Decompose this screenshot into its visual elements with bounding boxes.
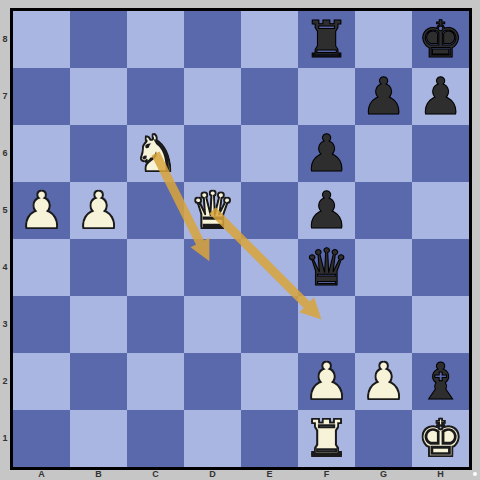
square-c5[interactable] [127,182,184,239]
file-label-f: F [298,468,355,480]
square-g3[interactable] [355,296,412,353]
square-e2[interactable] [241,353,298,410]
piece-black-king-h8[interactable]: ♚ [412,11,469,68]
piece-black-pawn-f6[interactable]: ♟ [298,125,355,182]
piece-white-rook-f1[interactable]: ♜ [298,410,355,467]
square-d1[interactable] [184,410,241,467]
file-label-e: E [241,468,298,480]
piece-white-pawn-g2[interactable]: ♟ [355,353,412,410]
square-d7[interactable] [184,68,241,125]
square-b1[interactable] [70,410,127,467]
square-b7[interactable] [70,68,127,125]
square-g4[interactable] [355,239,412,296]
resize-grip-dot [473,472,477,476]
square-c7[interactable] [127,68,184,125]
piece-black-pawn-g7[interactable]: ♟ [355,68,412,125]
piece-white-knight-c6[interactable]: ♞ [127,125,184,182]
square-g8[interactable] [355,11,412,68]
square-h4[interactable] [412,239,469,296]
piece-white-pawn-a5[interactable]: ♟ [13,182,70,239]
piece-black-bishop-h2[interactable]: ♝ [412,353,469,410]
square-c2[interactable] [127,353,184,410]
square-a6[interactable] [13,125,70,182]
square-h5[interactable] [412,182,469,239]
square-b4[interactable] [70,239,127,296]
square-e6[interactable] [241,125,298,182]
piece-black-pawn-h7[interactable]: ♟ [412,68,469,125]
square-b2[interactable] [70,353,127,410]
square-d4[interactable] [184,239,241,296]
rank-label-6: 6 [0,125,10,182]
file-label-b: B [70,468,127,480]
square-d2[interactable] [184,353,241,410]
file-label-a: A [13,468,70,480]
square-d6[interactable] [184,125,241,182]
piece-white-queen-d5[interactable]: ♛ [184,182,241,239]
square-f3[interactable] [298,296,355,353]
square-g5[interactable] [355,182,412,239]
file-label-h: H [412,468,469,480]
piece-white-king-h1[interactable]: ♚ [412,410,469,467]
square-b6[interactable] [70,125,127,182]
piece-black-queen-f4[interactable]: ♛ [298,239,355,296]
square-e1[interactable] [241,410,298,467]
square-g1[interactable] [355,410,412,467]
square-c8[interactable] [127,11,184,68]
file-label-g: G [355,468,412,480]
square-a3[interactable] [13,296,70,353]
chess-board-panel: ♜♚♟♟♞♟♟♟♛♟♛♟♟♝♜♚ 87654321 ABCDEFGH [0,0,480,480]
square-e4[interactable] [241,239,298,296]
rank-label-5: 5 [0,182,10,239]
square-c4[interactable] [127,239,184,296]
chess-board: ♜♚♟♟♞♟♟♟♛♟♛♟♟♝♜♚ [10,8,472,470]
file-label-d: D [184,468,241,480]
piece-black-pawn-f5[interactable]: ♟ [298,182,355,239]
square-d3[interactable] [184,296,241,353]
square-f7[interactable] [298,68,355,125]
piece-black-rook-f8[interactable]: ♜ [298,11,355,68]
square-c1[interactable] [127,410,184,467]
square-e5[interactable] [241,182,298,239]
square-e3[interactable] [241,296,298,353]
square-h3[interactable] [412,296,469,353]
square-d8[interactable] [184,11,241,68]
rank-label-1: 1 [0,410,10,467]
square-e8[interactable] [241,11,298,68]
square-g6[interactable] [355,125,412,182]
square-b3[interactable] [70,296,127,353]
square-a1[interactable] [13,410,70,467]
rank-label-8: 8 [0,11,10,68]
piece-white-pawn-b5[interactable]: ♟ [70,182,127,239]
square-e7[interactable] [241,68,298,125]
square-a2[interactable] [13,353,70,410]
piece-white-pawn-f2[interactable]: ♟ [298,353,355,410]
rank-label-2: 2 [0,353,10,410]
square-c3[interactable] [127,296,184,353]
rank-label-3: 3 [0,296,10,353]
rank-label-7: 7 [0,68,10,125]
square-h6[interactable] [412,125,469,182]
rank-label-4: 4 [0,239,10,296]
square-a7[interactable] [13,68,70,125]
square-b8[interactable] [70,11,127,68]
file-label-c: C [127,468,184,480]
square-a8[interactable] [13,11,70,68]
square-a4[interactable] [13,239,70,296]
